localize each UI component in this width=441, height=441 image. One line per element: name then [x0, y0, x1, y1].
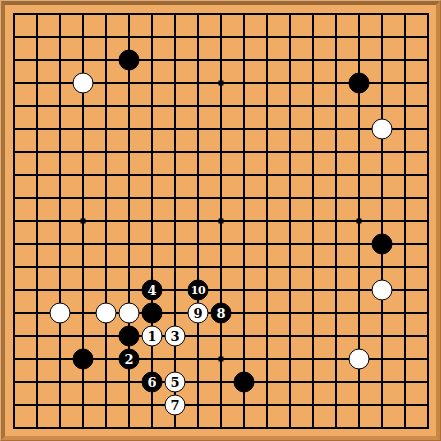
black-stone: [73, 349, 94, 370]
move-9-stone-white: 9: [188, 303, 209, 324]
move-number-label: 5: [170, 376, 179, 389]
white-stone: [50, 303, 71, 324]
black-stone: [119, 50, 140, 71]
grid-line-horizontal: [13, 427, 429, 429]
black-stone: [372, 234, 393, 255]
move-2-stone-black: 2: [119, 349, 140, 370]
black-stone: [349, 73, 370, 94]
star-point: [357, 219, 362, 224]
grid-line-horizontal: [13, 266, 429, 268]
white-stone: [372, 119, 393, 140]
move-1-stone-white: 1: [142, 326, 163, 347]
grid-line-vertical: [312, 13, 314, 429]
white-stone: [372, 280, 393, 301]
move-4-stone-black: 4: [142, 280, 163, 301]
black-stone: [234, 372, 255, 393]
move-number-label: 1: [147, 330, 156, 343]
move-number-label: 3: [170, 330, 179, 343]
star-point: [81, 219, 86, 224]
grid-line-vertical: [427, 13, 429, 429]
move-6-stone-black: 6: [142, 372, 163, 393]
star-point: [219, 81, 224, 86]
grid-line-vertical: [335, 13, 337, 429]
grid-line-vertical: [243, 13, 245, 429]
white-stone: [73, 73, 94, 94]
grid-line-horizontal: [13, 404, 429, 406]
move-number-label: 4: [147, 284, 156, 297]
black-stone: [142, 303, 163, 324]
move-8-stone-black: 8: [211, 303, 232, 324]
white-stone: [96, 303, 117, 324]
grid-line-vertical: [404, 13, 406, 429]
move-number-label: 2: [124, 353, 133, 366]
move-number-label: 6: [147, 376, 156, 389]
move-3-stone-white: 3: [165, 326, 186, 347]
grid-line-horizontal: [13, 243, 429, 245]
grid-line-vertical: [381, 13, 383, 429]
black-stone: [119, 326, 140, 347]
move-number-label: 7: [170, 399, 179, 412]
move-number-label: 8: [216, 307, 225, 320]
grid-line-horizontal: [13, 381, 429, 383]
star-point: [219, 219, 224, 224]
move-10-stone-black: 10: [188, 280, 209, 301]
move-7-stone-white: 7: [165, 395, 186, 416]
move-5-stone-white: 5: [165, 372, 186, 393]
star-point: [219, 357, 224, 362]
move-number-label: 9: [193, 307, 202, 320]
go-board: 41098132657: [0, 0, 441, 441]
move-number-label: 10: [191, 285, 205, 296]
grid-line-horizontal: [13, 289, 429, 291]
white-stone: [119, 303, 140, 324]
white-stone: [349, 349, 370, 370]
grid-line-vertical: [289, 13, 291, 429]
grid-line-horizontal: [13, 335, 429, 337]
grid-line-vertical: [266, 13, 268, 429]
